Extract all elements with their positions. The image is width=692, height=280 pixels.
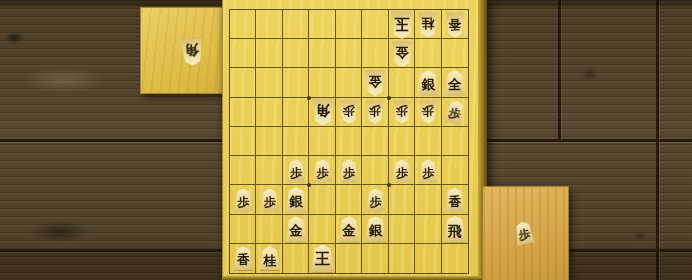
piece-kanji: 香 xyxy=(449,192,462,208)
board-cell[interactable] xyxy=(336,68,362,97)
piece-kanji: 歩 xyxy=(396,163,408,178)
board-cell[interactable] xyxy=(389,185,415,214)
board-cell[interactable] xyxy=(336,185,362,214)
board-cell[interactable] xyxy=(283,39,309,68)
board-cell[interactable] xyxy=(230,156,256,185)
board-cell[interactable] xyxy=(415,185,441,214)
board-cell[interactable] xyxy=(309,185,335,214)
piece-kanji: 歩 xyxy=(237,192,249,207)
board-cell[interactable] xyxy=(283,244,309,273)
board-cell[interactable] xyxy=(336,127,362,156)
board-cell[interactable] xyxy=(230,10,256,39)
piece-kanji: 歩 xyxy=(396,105,408,120)
board-cell[interactable] xyxy=(283,127,309,156)
board-cell[interactable] xyxy=(256,98,282,127)
piece-kanji: 銀 xyxy=(369,221,383,238)
board-cell[interactable] xyxy=(309,127,335,156)
piece-kanji: 金 xyxy=(342,221,356,238)
piece-kanji: 玉 xyxy=(394,16,409,34)
piece-pawn-in-hand[interactable]: 歩 xyxy=(513,220,536,246)
piece-kanji: 香 xyxy=(449,17,462,33)
sente-komadai: 歩 xyxy=(482,186,569,280)
board-cell[interactable] xyxy=(256,127,282,156)
board-cell[interactable] xyxy=(256,10,282,39)
shogi-board: 玉桂香金金銀全角歩歩歩歩歩歩歩歩歩歩歩歩銀歩香金金銀飛香桂王 xyxy=(222,0,487,280)
board-cell[interactable] xyxy=(362,127,388,156)
piece-kanji: 飛 xyxy=(448,221,462,238)
board-cell[interactable] xyxy=(389,244,415,273)
board-grid: 玉桂香金金銀全角歩歩歩歩歩歩歩歩歩歩歩歩銀歩香金金銀飛香桂王 xyxy=(229,9,469,274)
hoshi-dot xyxy=(307,96,311,100)
piece-bishop-in-hand[interactable]: 角 xyxy=(180,38,205,67)
piece-kanji: 歩 xyxy=(290,163,302,178)
hoshi-dot xyxy=(387,183,391,187)
board-cell[interactable] xyxy=(415,244,441,273)
board-cell[interactable] xyxy=(309,215,335,244)
photo-scene: 角 歩 玉桂香金金銀全角歩歩歩歩歩歩歩歩歩歩歩歩銀歩香金金銀飛香桂王 xyxy=(0,0,692,280)
board-cell[interactable] xyxy=(283,10,309,39)
board-cell[interactable] xyxy=(256,39,282,68)
board-cell[interactable] xyxy=(389,215,415,244)
board-cell[interactable] xyxy=(362,244,388,273)
board-cell[interactable] xyxy=(230,98,256,127)
piece-kanji: 角 xyxy=(184,43,199,61)
board-bottom-edge xyxy=(223,276,487,280)
board-cell[interactable] xyxy=(415,39,441,68)
piece-kanji: 歩 xyxy=(369,105,381,120)
board-cell[interactable] xyxy=(389,68,415,97)
board-cell[interactable] xyxy=(309,39,335,68)
table-plank-seam xyxy=(558,0,561,140)
board-cell[interactable] xyxy=(230,68,256,97)
board-cell[interactable] xyxy=(230,127,256,156)
piece-kanji: 歩 xyxy=(317,163,329,178)
board-cell[interactable] xyxy=(362,156,388,185)
piece-kanji: 香 xyxy=(237,251,250,267)
board-cell[interactable] xyxy=(362,39,388,68)
piece-kanji: 桂 xyxy=(422,17,435,33)
board-cell[interactable] xyxy=(230,215,256,244)
board-cell[interactable] xyxy=(442,156,468,185)
piece-kanji: 金 xyxy=(369,75,383,92)
piece-kanji: 全 xyxy=(448,75,462,92)
board-cell[interactable] xyxy=(415,127,441,156)
piece-kanji: 金 xyxy=(289,221,303,238)
board-cell[interactable] xyxy=(336,244,362,273)
piece-kanji: 桂 xyxy=(263,250,276,266)
board-cell[interactable] xyxy=(442,127,468,156)
board-cell[interactable] xyxy=(230,39,256,68)
board-cell[interactable] xyxy=(415,215,441,244)
piece-kanji: 歩 xyxy=(343,163,355,178)
hoshi-dot xyxy=(307,183,311,187)
piece-kanji: 王 xyxy=(315,249,330,267)
piece-kanji: 歩 xyxy=(517,225,531,242)
hoshi-dot xyxy=(387,96,391,100)
board-cell[interactable] xyxy=(442,244,468,273)
piece-kanji: 銀 xyxy=(289,192,303,209)
piece-kanji: 銀 xyxy=(422,75,436,92)
board-cell[interactable] xyxy=(256,215,282,244)
piece-kanji: 歩 xyxy=(369,192,381,207)
piece-kanji: 角 xyxy=(316,104,330,121)
board-cell[interactable] xyxy=(442,39,468,68)
board-cell[interactable] xyxy=(336,39,362,68)
board-cell[interactable] xyxy=(309,68,335,97)
piece-kanji: 歩 xyxy=(422,163,434,178)
board-cell[interactable] xyxy=(309,10,335,39)
piece-kanji: 金 xyxy=(395,46,409,63)
board-cell[interactable] xyxy=(283,98,309,127)
piece-kanji: 歩 xyxy=(422,105,434,120)
table-plank-seam xyxy=(656,0,659,280)
board-cell[interactable] xyxy=(256,156,282,185)
piece-kanji: 歩 xyxy=(343,105,355,120)
board-cell[interactable] xyxy=(362,10,388,39)
board-cell[interactable] xyxy=(256,68,282,97)
piece-kanji: 歩 xyxy=(264,192,276,207)
board-cell[interactable] xyxy=(389,127,415,156)
board-cell[interactable] xyxy=(336,10,362,39)
board-cell[interactable] xyxy=(283,68,309,97)
